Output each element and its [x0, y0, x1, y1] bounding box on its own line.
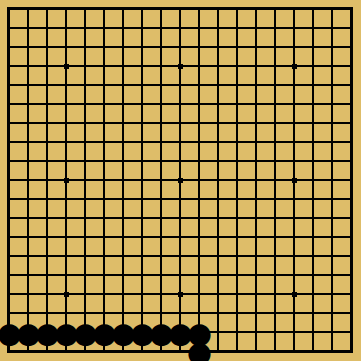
intersection-L11[interactable] — [190, 152, 209, 171]
intersection-D4[interactable] — [57, 285, 76, 304]
intersection-O10[interactable] — [247, 171, 266, 190]
intersection-R3[interactable] — [304, 304, 323, 323]
intersection-K5[interactable] — [171, 266, 190, 285]
intersection-R7[interactable] — [304, 228, 323, 247]
intersection-F10[interactable] — [95, 171, 114, 190]
intersection-B18[interactable] — [19, 19, 38, 38]
intersection-J11[interactable] — [152, 152, 171, 171]
intersection-G5[interactable] — [114, 266, 133, 285]
intersection-R1[interactable] — [304, 342, 323, 361]
intersection-Q2[interactable] — [285, 323, 304, 342]
intersection-Q15[interactable] — [285, 76, 304, 95]
intersection-T3[interactable] — [342, 304, 361, 323]
intersection-O1[interactable] — [247, 342, 266, 361]
intersection-H9[interactable] — [133, 190, 152, 209]
intersection-H8[interactable] — [133, 209, 152, 228]
intersection-B8[interactable] — [19, 209, 38, 228]
intersection-K14[interactable] — [171, 95, 190, 114]
intersection-M5[interactable] — [209, 266, 228, 285]
intersection-F6[interactable] — [95, 247, 114, 266]
intersection-Q7[interactable] — [285, 228, 304, 247]
intersection-J13[interactable] — [152, 114, 171, 133]
intersection-D5[interactable] — [57, 266, 76, 285]
intersection-J9[interactable] — [152, 190, 171, 209]
intersection-B17[interactable] — [19, 38, 38, 57]
intersection-P11[interactable] — [266, 152, 285, 171]
intersection-N4[interactable] — [228, 285, 247, 304]
intersection-N16[interactable] — [228, 57, 247, 76]
intersection-E6[interactable] — [76, 247, 95, 266]
intersection-M6[interactable] — [209, 247, 228, 266]
intersection-A17[interactable] — [0, 38, 19, 57]
intersection-C14[interactable] — [38, 95, 57, 114]
intersection-L12[interactable] — [190, 133, 209, 152]
intersection-O5[interactable] — [247, 266, 266, 285]
intersection-D19[interactable] — [57, 0, 76, 19]
intersection-P8[interactable] — [266, 209, 285, 228]
intersection-A7[interactable] — [0, 228, 19, 247]
intersection-B19[interactable] — [19, 0, 38, 19]
intersection-K19[interactable] — [171, 0, 190, 19]
intersection-B13[interactable] — [19, 114, 38, 133]
intersection-N6[interactable] — [228, 247, 247, 266]
intersection-C12[interactable] — [38, 133, 57, 152]
intersection-M7[interactable] — [209, 228, 228, 247]
intersection-L8[interactable] — [190, 209, 209, 228]
intersection-M13[interactable] — [209, 114, 228, 133]
intersection-C6[interactable] — [38, 247, 57, 266]
intersection-B16[interactable] — [19, 57, 38, 76]
intersection-H12[interactable] — [133, 133, 152, 152]
intersection-G11[interactable] — [114, 152, 133, 171]
intersection-S6[interactable] — [323, 247, 342, 266]
intersection-O15[interactable] — [247, 76, 266, 95]
intersection-B15[interactable] — [19, 76, 38, 95]
intersection-A11[interactable] — [0, 152, 19, 171]
intersection-J12[interactable] — [152, 133, 171, 152]
intersection-E5[interactable] — [76, 266, 95, 285]
intersection-D8[interactable] — [57, 209, 76, 228]
intersection-C4[interactable] — [38, 285, 57, 304]
intersection-S2[interactable] — [323, 323, 342, 342]
intersection-N3[interactable] — [228, 304, 247, 323]
intersection-M4[interactable] — [209, 285, 228, 304]
intersection-O3[interactable] — [247, 304, 266, 323]
intersection-Q13[interactable] — [285, 114, 304, 133]
intersection-B7[interactable] — [19, 228, 38, 247]
intersection-Q12[interactable] — [285, 133, 304, 152]
intersection-R15[interactable] — [304, 76, 323, 95]
intersection-J4[interactable] — [152, 285, 171, 304]
intersection-L16[interactable] — [190, 57, 209, 76]
intersection-T13[interactable] — [342, 114, 361, 133]
intersection-C18[interactable] — [38, 19, 57, 38]
intersection-J18[interactable] — [152, 19, 171, 38]
intersection-N1[interactable] — [228, 342, 247, 361]
intersection-O11[interactable] — [247, 152, 266, 171]
intersection-G7[interactable] — [114, 228, 133, 247]
intersection-S8[interactable] — [323, 209, 342, 228]
intersection-E7[interactable] — [76, 228, 95, 247]
intersection-D11[interactable] — [57, 152, 76, 171]
intersection-S15[interactable] — [323, 76, 342, 95]
intersection-L15[interactable] — [190, 76, 209, 95]
intersection-O9[interactable] — [247, 190, 266, 209]
intersection-D9[interactable] — [57, 190, 76, 209]
intersection-Q17[interactable] — [285, 38, 304, 57]
intersection-T8[interactable] — [342, 209, 361, 228]
intersection-M10[interactable] — [209, 171, 228, 190]
intersection-C19[interactable] — [38, 0, 57, 19]
intersection-M9[interactable] — [209, 190, 228, 209]
intersection-H4[interactable] — [133, 285, 152, 304]
intersection-B5[interactable] — [19, 266, 38, 285]
intersection-E18[interactable] — [76, 19, 95, 38]
intersection-E12[interactable] — [76, 133, 95, 152]
intersection-C8[interactable] — [38, 209, 57, 228]
intersection-E8[interactable] — [76, 209, 95, 228]
intersection-O13[interactable] — [247, 114, 266, 133]
intersection-H5[interactable] — [133, 266, 152, 285]
intersection-A16[interactable] — [0, 57, 19, 76]
intersection-J5[interactable] — [152, 266, 171, 285]
intersection-Q1[interactable] — [285, 342, 304, 361]
intersection-E10[interactable] — [76, 171, 95, 190]
intersection-Q14[interactable] — [285, 95, 304, 114]
intersection-Q4[interactable] — [285, 285, 304, 304]
intersection-T17[interactable] — [342, 38, 361, 57]
intersection-Q11[interactable] — [285, 152, 304, 171]
intersection-F15[interactable] — [95, 76, 114, 95]
intersection-A5[interactable] — [0, 266, 19, 285]
intersection-E9[interactable] — [76, 190, 95, 209]
intersection-O4[interactable] — [247, 285, 266, 304]
intersection-N5[interactable] — [228, 266, 247, 285]
intersection-J16[interactable] — [152, 57, 171, 76]
intersection-R5[interactable] — [304, 266, 323, 285]
intersection-S9[interactable] — [323, 190, 342, 209]
intersection-S4[interactable] — [323, 285, 342, 304]
intersection-S10[interactable] — [323, 171, 342, 190]
intersection-P13[interactable] — [266, 114, 285, 133]
intersection-G16[interactable] — [114, 57, 133, 76]
intersection-E11[interactable] — [76, 152, 95, 171]
intersection-R19[interactable] — [304, 0, 323, 19]
intersection-F7[interactable] — [95, 228, 114, 247]
intersection-R11[interactable] — [304, 152, 323, 171]
intersection-R10[interactable] — [304, 171, 323, 190]
intersection-Q18[interactable] — [285, 19, 304, 38]
intersection-J6[interactable] — [152, 247, 171, 266]
intersection-G9[interactable] — [114, 190, 133, 209]
intersection-O8[interactable] — [247, 209, 266, 228]
intersection-D15[interactable] — [57, 76, 76, 95]
intersection-T14[interactable] — [342, 95, 361, 114]
intersection-L10[interactable] — [190, 171, 209, 190]
intersection-G12[interactable] — [114, 133, 133, 152]
intersection-P18[interactable] — [266, 19, 285, 38]
intersection-L19[interactable] — [190, 0, 209, 19]
intersection-G19[interactable] — [114, 0, 133, 19]
intersection-P19[interactable] — [266, 0, 285, 19]
intersection-P17[interactable] — [266, 38, 285, 57]
intersection-E4[interactable] — [76, 285, 95, 304]
intersection-D13[interactable] — [57, 114, 76, 133]
intersection-B4[interactable] — [19, 285, 38, 304]
intersection-E15[interactable] — [76, 76, 95, 95]
intersection-C15[interactable] — [38, 76, 57, 95]
intersection-C13[interactable] — [38, 114, 57, 133]
intersection-B12[interactable] — [19, 133, 38, 152]
intersection-O12[interactable] — [247, 133, 266, 152]
intersection-F16[interactable] — [95, 57, 114, 76]
intersection-R14[interactable] — [304, 95, 323, 114]
intersection-D17[interactable] — [57, 38, 76, 57]
intersection-T1[interactable] — [342, 342, 361, 361]
intersection-P10[interactable] — [266, 171, 285, 190]
intersection-N9[interactable] — [228, 190, 247, 209]
intersection-Q8[interactable] — [285, 209, 304, 228]
intersection-H6[interactable] — [133, 247, 152, 266]
intersection-F8[interactable] — [95, 209, 114, 228]
intersection-R12[interactable] — [304, 133, 323, 152]
intersection-G10[interactable] — [114, 171, 133, 190]
intersection-D10[interactable] — [57, 171, 76, 190]
intersection-T18[interactable] — [342, 19, 361, 38]
intersection-P3[interactable] — [266, 304, 285, 323]
intersection-G4[interactable] — [114, 285, 133, 304]
intersection-K13[interactable] — [171, 114, 190, 133]
intersection-A18[interactable] — [0, 19, 19, 38]
intersection-H17[interactable] — [133, 38, 152, 57]
intersection-C7[interactable] — [38, 228, 57, 247]
intersection-T4[interactable] — [342, 285, 361, 304]
intersection-M14[interactable] — [209, 95, 228, 114]
intersection-E19[interactable] — [76, 0, 95, 19]
intersection-S11[interactable] — [323, 152, 342, 171]
intersection-T6[interactable] — [342, 247, 361, 266]
intersection-D7[interactable] — [57, 228, 76, 247]
intersection-C16[interactable] — [38, 57, 57, 76]
intersection-K4[interactable] — [171, 285, 190, 304]
intersection-H15[interactable] — [133, 76, 152, 95]
intersection-R8[interactable] — [304, 209, 323, 228]
intersection-S14[interactable] — [323, 95, 342, 114]
intersection-T7[interactable] — [342, 228, 361, 247]
intersection-T16[interactable] — [342, 57, 361, 76]
intersection-N11[interactable] — [228, 152, 247, 171]
intersection-O18[interactable] — [247, 19, 266, 38]
intersection-L18[interactable] — [190, 19, 209, 38]
intersection-Q16[interactable] — [285, 57, 304, 76]
intersection-H11[interactable] — [133, 152, 152, 171]
intersection-H13[interactable] — [133, 114, 152, 133]
intersection-O19[interactable] — [247, 0, 266, 19]
intersection-J19[interactable] — [152, 0, 171, 19]
intersection-Q10[interactable] — [285, 171, 304, 190]
intersection-M12[interactable] — [209, 133, 228, 152]
intersection-G14[interactable] — [114, 95, 133, 114]
intersection-R16[interactable] — [304, 57, 323, 76]
intersection-D16[interactable] — [57, 57, 76, 76]
intersection-L9[interactable] — [190, 190, 209, 209]
intersection-F12[interactable] — [95, 133, 114, 152]
intersection-G6[interactable] — [114, 247, 133, 266]
intersection-R6[interactable] — [304, 247, 323, 266]
intersection-J17[interactable] — [152, 38, 171, 57]
intersection-E14[interactable] — [76, 95, 95, 114]
intersection-C11[interactable] — [38, 152, 57, 171]
intersection-E17[interactable] — [76, 38, 95, 57]
intersection-A13[interactable] — [0, 114, 19, 133]
intersection-G17[interactable] — [114, 38, 133, 57]
intersection-S13[interactable] — [323, 114, 342, 133]
intersection-R2[interactable] — [304, 323, 323, 342]
intersection-O17[interactable] — [247, 38, 266, 57]
intersection-K16[interactable] — [171, 57, 190, 76]
intersection-L14[interactable] — [190, 95, 209, 114]
intersection-P9[interactable] — [266, 190, 285, 209]
intersection-D14[interactable] — [57, 95, 76, 114]
intersection-A4[interactable] — [0, 285, 19, 304]
intersection-L7[interactable] — [190, 228, 209, 247]
intersection-L17[interactable] — [190, 38, 209, 57]
intersection-B10[interactable] — [19, 171, 38, 190]
intersection-B9[interactable] — [19, 190, 38, 209]
intersection-A19[interactable] — [0, 0, 19, 19]
intersection-A6[interactable] — [0, 247, 19, 266]
intersection-R9[interactable] — [304, 190, 323, 209]
intersection-Q19[interactable] — [285, 0, 304, 19]
intersection-A8[interactable] — [0, 209, 19, 228]
intersection-G15[interactable] — [114, 76, 133, 95]
intersection-F14[interactable] — [95, 95, 114, 114]
intersection-F4[interactable] — [95, 285, 114, 304]
intersection-E16[interactable] — [76, 57, 95, 76]
intersection-S3[interactable] — [323, 304, 342, 323]
intersection-S12[interactable] — [323, 133, 342, 152]
intersection-J8[interactable] — [152, 209, 171, 228]
intersection-K6[interactable] — [171, 247, 190, 266]
intersection-L5[interactable] — [190, 266, 209, 285]
intersection-N12[interactable] — [228, 133, 247, 152]
intersection-Q9[interactable] — [285, 190, 304, 209]
intersection-P5[interactable] — [266, 266, 285, 285]
intersection-P6[interactable] — [266, 247, 285, 266]
intersection-K15[interactable] — [171, 76, 190, 95]
intersection-F13[interactable] — [95, 114, 114, 133]
intersection-J15[interactable] — [152, 76, 171, 95]
intersection-N2[interactable] — [228, 323, 247, 342]
intersection-Q3[interactable] — [285, 304, 304, 323]
intersection-A14[interactable] — [0, 95, 19, 114]
intersection-J7[interactable] — [152, 228, 171, 247]
intersection-T19[interactable] — [342, 0, 361, 19]
intersection-G13[interactable] — [114, 114, 133, 133]
intersection-K18[interactable] — [171, 19, 190, 38]
intersection-S1[interactable] — [323, 342, 342, 361]
intersection-G8[interactable] — [114, 209, 133, 228]
intersection-P4[interactable] — [266, 285, 285, 304]
intersection-N19[interactable] — [228, 0, 247, 19]
intersection-R18[interactable] — [304, 19, 323, 38]
intersection-K7[interactable] — [171, 228, 190, 247]
intersection-O16[interactable] — [247, 57, 266, 76]
intersection-A9[interactable] — [0, 190, 19, 209]
intersection-Q6[interactable] — [285, 247, 304, 266]
intersection-C5[interactable] — [38, 266, 57, 285]
intersection-F18[interactable] — [95, 19, 114, 38]
intersection-T2[interactable] — [342, 323, 361, 342]
intersection-P2[interactable] — [266, 323, 285, 342]
intersection-D6[interactable] — [57, 247, 76, 266]
intersection-T9[interactable] — [342, 190, 361, 209]
intersection-G18[interactable] — [114, 19, 133, 38]
intersection-K8[interactable] — [171, 209, 190, 228]
intersection-N14[interactable] — [228, 95, 247, 114]
intersection-T11[interactable] — [342, 152, 361, 171]
intersection-S17[interactable] — [323, 38, 342, 57]
intersection-N17[interactable] — [228, 38, 247, 57]
intersection-K17[interactable] — [171, 38, 190, 57]
intersection-B11[interactable] — [19, 152, 38, 171]
intersection-M19[interactable] — [209, 0, 228, 19]
intersection-R13[interactable] — [304, 114, 323, 133]
intersection-B6[interactable] — [19, 247, 38, 266]
intersection-Q5[interactable] — [285, 266, 304, 285]
intersection-N8[interactable] — [228, 209, 247, 228]
intersection-A10[interactable] — [0, 171, 19, 190]
intersection-M18[interactable] — [209, 19, 228, 38]
intersection-M16[interactable] — [209, 57, 228, 76]
intersection-C10[interactable] — [38, 171, 57, 190]
intersection-R17[interactable] — [304, 38, 323, 57]
intersection-P1[interactable] — [266, 342, 285, 361]
intersection-M8[interactable] — [209, 209, 228, 228]
intersection-C17[interactable] — [38, 38, 57, 57]
intersection-F9[interactable] — [95, 190, 114, 209]
intersection-T12[interactable] — [342, 133, 361, 152]
intersection-N10[interactable] — [228, 171, 247, 190]
intersection-O7[interactable] — [247, 228, 266, 247]
intersection-F19[interactable] — [95, 0, 114, 19]
intersection-M11[interactable] — [209, 152, 228, 171]
intersection-L6[interactable] — [190, 247, 209, 266]
intersection-S16[interactable] — [323, 57, 342, 76]
intersection-C9[interactable] — [38, 190, 57, 209]
intersection-J10[interactable] — [152, 171, 171, 190]
intersection-P15[interactable] — [266, 76, 285, 95]
intersection-N18[interactable] — [228, 19, 247, 38]
intersection-S5[interactable] — [323, 266, 342, 285]
intersection-D18[interactable] — [57, 19, 76, 38]
intersection-F5[interactable] — [95, 266, 114, 285]
intersection-T10[interactable] — [342, 171, 361, 190]
intersection-S19[interactable] — [323, 0, 342, 19]
intersection-D12[interactable] — [57, 133, 76, 152]
intersection-M17[interactable] — [209, 38, 228, 57]
intersection-S7[interactable] — [323, 228, 342, 247]
intersection-H10[interactable] — [133, 171, 152, 190]
intersection-N15[interactable] — [228, 76, 247, 95]
intersection-P16[interactable] — [266, 57, 285, 76]
intersection-S18[interactable] — [323, 19, 342, 38]
intersection-H19[interactable] — [133, 0, 152, 19]
intersection-A15[interactable] — [0, 76, 19, 95]
intersection-E13[interactable] — [76, 114, 95, 133]
intersection-N13[interactable] — [228, 114, 247, 133]
intersection-H7[interactable] — [133, 228, 152, 247]
